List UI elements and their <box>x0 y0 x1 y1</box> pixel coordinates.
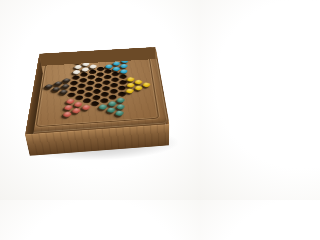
board-row <box>62 110 73 117</box>
product-photo-backdrop <box>0 0 200 200</box>
peg-red[interactable] <box>71 107 82 114</box>
peg-green[interactable] <box>114 110 125 117</box>
peg-red[interactable] <box>62 110 73 117</box>
scene <box>0 0 200 200</box>
wooden-game-box <box>30 67 169 156</box>
board-top-face <box>25 47 169 134</box>
